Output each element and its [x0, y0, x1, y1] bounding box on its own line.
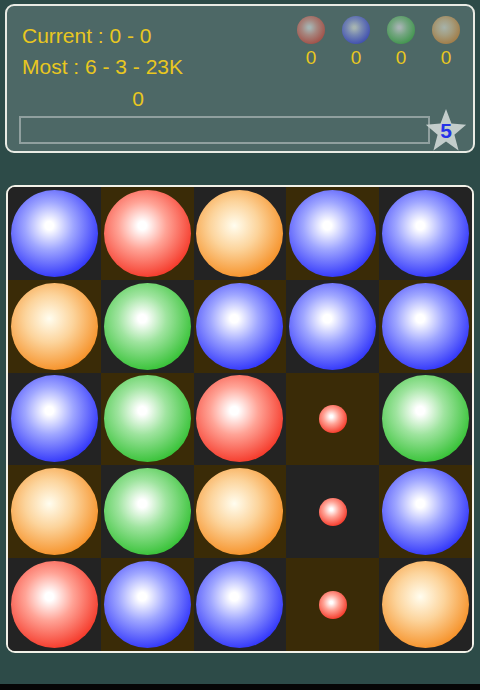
current-score-text: Current : 0 - 0 — [22, 24, 152, 48]
large-blue-ball[interactable] — [382, 190, 469, 277]
red-ball-icon — [297, 16, 325, 44]
green-ball-icon — [387, 16, 415, 44]
counter-count: 0 — [306, 47, 317, 69]
board-cell-r3c1[interactable] — [8, 373, 101, 466]
board-cell-r4c5[interactable] — [379, 465, 472, 558]
board-cell-r4c1[interactable] — [8, 465, 101, 558]
board-cell-r2c5[interactable] — [379, 280, 472, 373]
small-red-ball[interactable] — [319, 405, 347, 433]
large-blue-ball[interactable] — [289, 190, 376, 277]
board-cell-r1c2[interactable] — [101, 187, 194, 280]
large-orange-ball[interactable] — [11, 283, 98, 370]
large-blue-ball[interactable] — [382, 283, 469, 370]
counter-blue: 0 — [339, 16, 373, 69]
orange-ball-icon — [432, 16, 460, 44]
game-screen: Current : 0 - 0 Most : 6 - 3 - 23K 0000 … — [0, 0, 480, 690]
board-cell-r4c2[interactable] — [101, 465, 194, 558]
large-orange-ball[interactable] — [11, 468, 98, 555]
board-cell-r1c4[interactable] — [286, 187, 379, 280]
level-number: 5 — [425, 119, 467, 143]
large-blue-ball[interactable] — [11, 375, 98, 462]
counter-red: 0 — [294, 16, 328, 69]
game-board — [6, 185, 474, 653]
board-cell-r5c5[interactable] — [379, 558, 472, 651]
large-blue-ball[interactable] — [104, 561, 191, 648]
round-score: 0 — [7, 87, 269, 111]
large-orange-ball[interactable] — [196, 190, 283, 277]
board-cell-r1c1[interactable] — [8, 187, 101, 280]
counter-count: 0 — [441, 47, 452, 69]
board-cell-r3c4[interactable] — [286, 373, 379, 466]
bottom-bar — [0, 684, 480, 690]
counter-count: 0 — [351, 47, 362, 69]
board-cell-r5c3[interactable] — [194, 558, 287, 651]
board-cell-r2c2[interactable] — [101, 280, 194, 373]
large-blue-ball[interactable] — [196, 561, 283, 648]
large-blue-ball[interactable] — [11, 190, 98, 277]
counter-orange: 0 — [429, 16, 463, 69]
board-cell-r3c5[interactable] — [379, 373, 472, 466]
board-cell-r5c1[interactable] — [8, 558, 101, 651]
progress-bar — [19, 116, 430, 144]
large-red-ball[interactable] — [196, 375, 283, 462]
large-blue-ball[interactable] — [382, 468, 469, 555]
board-cell-r3c3[interactable] — [194, 373, 287, 466]
board-cell-r4c3[interactable] — [194, 465, 287, 558]
large-blue-ball[interactable] — [196, 283, 283, 370]
large-blue-ball[interactable] — [289, 283, 376, 370]
board-cell-r3c2[interactable] — [101, 373, 194, 466]
board-cell-r1c5[interactable] — [379, 187, 472, 280]
large-red-ball[interactable] — [11, 561, 98, 648]
score-panel: Current : 0 - 0 Most : 6 - 3 - 23K 0000 … — [5, 4, 475, 153]
blue-ball-icon — [342, 16, 370, 44]
counter-count: 0 — [396, 47, 407, 69]
board-cell-r5c2[interactable] — [101, 558, 194, 651]
large-green-ball[interactable] — [104, 375, 191, 462]
counter-green: 0 — [384, 16, 418, 69]
board-cell-r2c4[interactable] — [286, 280, 379, 373]
large-orange-ball[interactable] — [382, 561, 469, 648]
board-cell-r5c4[interactable] — [286, 558, 379, 651]
color-counters: 0000 — [294, 16, 463, 69]
board-cell-r2c1[interactable] — [8, 280, 101, 373]
large-orange-ball[interactable] — [196, 468, 283, 555]
large-green-ball[interactable] — [382, 375, 469, 462]
large-red-ball[interactable] — [104, 190, 191, 277]
large-green-ball[interactable] — [104, 283, 191, 370]
small-red-ball[interactable] — [319, 498, 347, 526]
board-cell-r4c4[interactable] — [286, 465, 379, 558]
small-red-ball[interactable] — [319, 591, 347, 619]
large-green-ball[interactable] — [104, 468, 191, 555]
best-score-text: Most : 6 - 3 - 23K — [22, 55, 183, 79]
board-cell-r2c3[interactable] — [194, 280, 287, 373]
level-star-button[interactable]: 5 — [425, 109, 467, 154]
board-cell-r1c3[interactable] — [194, 187, 287, 280]
